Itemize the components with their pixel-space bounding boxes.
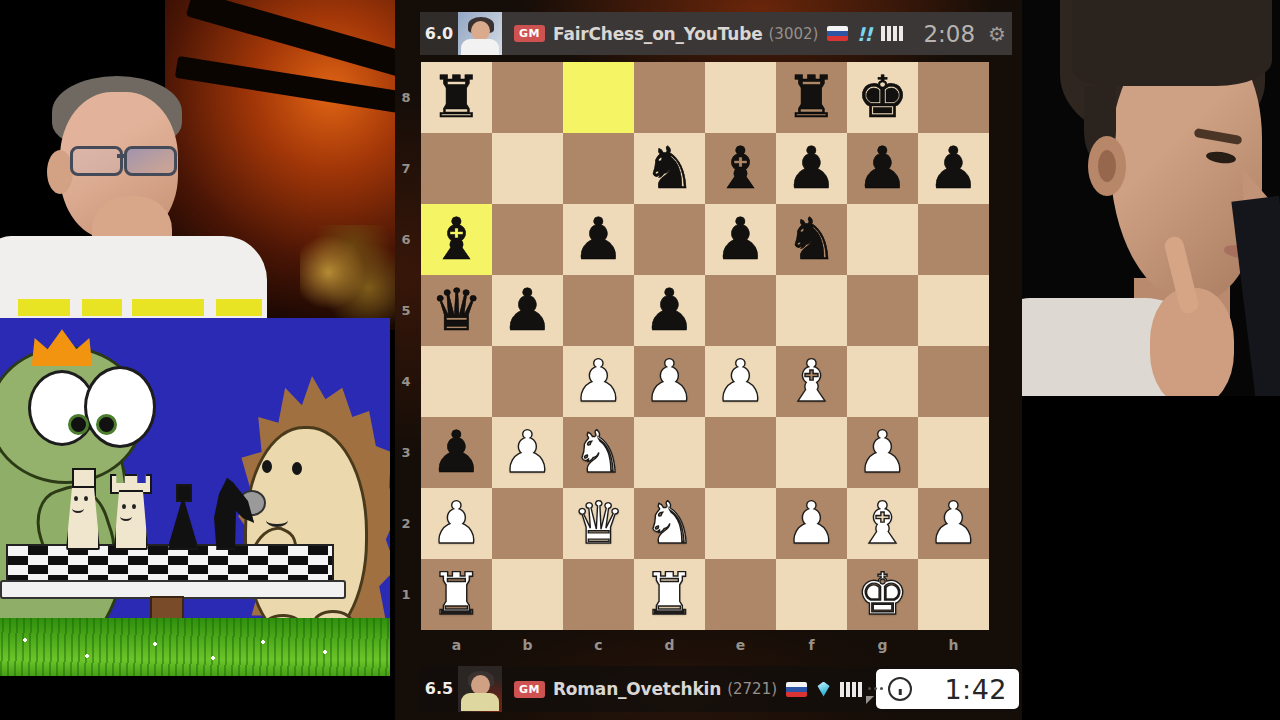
rank-label-4: 4 [395, 346, 417, 417]
guest-ear-inner [1098, 150, 1116, 182]
bottom-player-rating: (2721) [727, 680, 777, 698]
square-e5[interactable] [705, 275, 776, 346]
square-d8[interactable] [634, 62, 705, 133]
square-d6[interactable] [634, 204, 705, 275]
square-g5[interactable] [847, 275, 918, 346]
guest-hair [1072, 0, 1272, 86]
russia-flag-icon [827, 26, 848, 41]
patron-diamond-icon [816, 682, 831, 697]
caption-fragment [216, 299, 262, 316]
square-b1[interactable] [492, 559, 563, 630]
hedgehog-eye [262, 460, 272, 473]
bottom-player-clock: 1:42 [944, 674, 1007, 705]
square-c3[interactable]: ♞ [563, 417, 634, 488]
square-e8[interactable] [705, 62, 776, 133]
piece-black-pawn-f7[interactable]: ♟ [786, 133, 838, 204]
turtle-pupil [96, 414, 117, 435]
streamer-mark-icon: !! [856, 23, 871, 45]
gear-icon[interactable]: ⚙ [988, 24, 1006, 44]
glasses-lens [70, 146, 123, 176]
square-c5[interactable] [563, 275, 634, 346]
piece-black-knight-d7[interactable]: ♞ [644, 133, 696, 204]
piece-white-rook-a1[interactable]: ♜ [431, 559, 483, 630]
russia-flag-icon [786, 682, 807, 697]
file-label-a: a [421, 637, 492, 653]
square-g7[interactable]: ♟ [847, 133, 918, 204]
avatar-shirt [461, 693, 499, 711]
square-a3[interactable]: ♟ [421, 417, 492, 488]
square-a6[interactable]: ♝ [421, 204, 492, 275]
square-c8[interactable] [563, 62, 634, 133]
bottom-player-score: 6.5 [420, 666, 458, 712]
square-c1[interactable] [563, 559, 634, 630]
piece-face [132, 504, 136, 509]
square-b7[interactable] [492, 133, 563, 204]
hedgehog-mouth [266, 514, 288, 527]
square-h5[interactable] [918, 275, 989, 346]
piece-white-bishop-g2[interactable]: ♝ [857, 488, 909, 559]
square-c4[interactable]: ♟ [563, 346, 634, 417]
piece-white-pawn-a2[interactable]: ♟ [431, 488, 483, 559]
square-g4[interactable] [847, 346, 918, 417]
rank-label-6: 6 [395, 204, 417, 275]
square-h6[interactable] [918, 204, 989, 275]
guest-jacket [1231, 196, 1280, 396]
square-d2[interactable]: ♞ [634, 488, 705, 559]
square-d5[interactable]: ♟ [634, 275, 705, 346]
hedgehog-eye [292, 462, 302, 475]
square-f6[interactable]: ♞ [776, 204, 847, 275]
file-label-g: g [847, 637, 918, 653]
cartoon-black-bishop [176, 484, 192, 502]
square-d7[interactable]: ♞ [634, 133, 705, 204]
square-f5[interactable] [776, 275, 847, 346]
square-f8[interactable]: ♜ [776, 62, 847, 133]
file-label-b: b [492, 637, 563, 653]
square-h2[interactable]: ♟ [918, 488, 989, 559]
piece-white-pawn-f2[interactable]: ♟ [786, 488, 838, 559]
piece-smile [120, 512, 132, 521]
top-player-bar: 6.0 GM FairChess_on_YouTube (3002) !! 2:… [420, 12, 1012, 55]
piece-black-bishop-e7[interactable]: ♝ [715, 133, 767, 204]
piece-smile [72, 504, 84, 513]
square-b6[interactable] [492, 204, 563, 275]
clock-icon [888, 677, 912, 701]
square-e1[interactable] [705, 559, 776, 630]
turtle-eye [84, 366, 156, 448]
square-e3[interactable] [705, 417, 776, 488]
glasses-bridge [117, 154, 125, 158]
square-b4[interactable] [492, 346, 563, 417]
square-f2[interactable]: ♟ [776, 488, 847, 559]
square-h3[interactable] [918, 417, 989, 488]
cartoon-black-bishop [168, 496, 198, 550]
square-e2[interactable] [705, 488, 776, 559]
square-d4[interactable]: ♟ [634, 346, 705, 417]
piece-black-rook-f8[interactable]: ♜ [786, 62, 838, 133]
piece-black-knight-f6[interactable]: ♞ [786, 204, 838, 275]
piece-face [84, 496, 88, 501]
square-a1[interactable]: ♜ [421, 559, 492, 630]
piece-black-rook-a8[interactable]: ♜ [431, 62, 483, 133]
square-c7[interactable] [563, 133, 634, 204]
square-g2[interactable]: ♝ [847, 488, 918, 559]
square-h1[interactable] [918, 559, 989, 630]
square-b8[interactable] [492, 62, 563, 133]
piece-face [74, 496, 78, 501]
file-label-c: c [563, 637, 634, 653]
piece-white-pawn-e4[interactable]: ♟ [715, 346, 767, 417]
turtle-hedgehog-cartoon [0, 318, 390, 676]
square-g8[interactable]: ♚ [847, 62, 918, 133]
rank-label-1: 1 [395, 559, 417, 630]
piece-black-queen-a5[interactable]: ♛ [431, 275, 483, 346]
piece-white-pawn-h2[interactable]: ♟ [928, 488, 980, 559]
chess-board: ♜♜♚♞♝♟♟♟♝♟♟♞♛♟♟♟♟♟♝♟♟♞♟♟♛♞♟♝♟♜♜♚ [421, 62, 989, 630]
square-a7[interactable] [421, 133, 492, 204]
square-h8[interactable] [918, 62, 989, 133]
piece-black-pawn-g7[interactable]: ♟ [857, 133, 909, 204]
square-c2[interactable]: ♛ [563, 488, 634, 559]
square-f3[interactable] [776, 417, 847, 488]
square-e7[interactable]: ♝ [705, 133, 776, 204]
square-a4[interactable] [421, 346, 492, 417]
square-e4[interactable]: ♟ [705, 346, 776, 417]
stream-frame: 6.0 GM FairChess_on_YouTube (3002) !! 2:… [0, 0, 1280, 720]
cartoon-white-rook [114, 490, 148, 550]
piece-black-king-g8[interactable]: ♚ [857, 62, 909, 133]
glasses-lens [124, 146, 177, 176]
grass-strip [0, 618, 390, 676]
crown-icon [26, 326, 98, 366]
piece-white-pawn-g3[interactable]: ♟ [857, 417, 909, 488]
active-clock-box: 1:42 [876, 669, 1019, 709]
avatar-face [471, 21, 490, 41]
square-d3[interactable] [634, 417, 705, 488]
caption-fragment [132, 299, 204, 316]
piece-white-rook-d1[interactable]: ♜ [644, 559, 696, 630]
signal-bars-icon [840, 682, 862, 697]
piece-white-king-g1[interactable]: ♚ [857, 559, 909, 630]
right-webcam [1022, 0, 1280, 396]
piece-black-pawn-b5[interactable]: ♟ [502, 275, 554, 346]
signal-bars-icon [881, 26, 903, 41]
bottom-gm-badge: GM [514, 681, 545, 698]
file-label-e: e [705, 637, 776, 653]
square-b5[interactable]: ♟ [492, 275, 563, 346]
square-e6[interactable]: ♟ [705, 204, 776, 275]
piece-black-pawn-h7[interactable]: ♟ [928, 133, 980, 204]
piece-white-bishop-f4[interactable]: ♝ [786, 346, 838, 417]
square-a5[interactable]: ♛ [421, 275, 492, 346]
rank-label-2: 2 [395, 488, 417, 559]
top-player-rating: (3002) [768, 25, 818, 43]
piece-white-pawn-c4[interactable]: ♟ [573, 346, 625, 417]
square-b3[interactable]: ♟ [492, 417, 563, 488]
file-label-d: d [634, 637, 705, 653]
rank-label-7: 7 [395, 133, 417, 204]
piece-white-pawn-d4[interactable]: ♟ [644, 346, 696, 417]
top-player-clock: 2:08 [923, 21, 975, 47]
square-h7[interactable]: ♟ [918, 133, 989, 204]
square-f7[interactable]: ♟ [776, 133, 847, 204]
avatar-face [471, 675, 490, 695]
square-h4[interactable] [918, 346, 989, 417]
bottom-player-name[interactable]: Roman_Ovetchkin [553, 679, 721, 699]
piece-face [122, 504, 126, 509]
top-player-avatar [458, 12, 502, 55]
avatar-shirt [461, 39, 499, 55]
bottom-player-bar: 6.5 GM Roman_Ovetchkin (2721) 1:42 [420, 666, 1012, 712]
square-c6[interactable]: ♟ [563, 204, 634, 275]
piece-white-queen-c2[interactable]: ♛ [573, 488, 625, 559]
piece-black-pawn-c6[interactable]: ♟ [573, 204, 625, 275]
top-player-name[interactable]: FairChess_on_YouTube [553, 24, 763, 44]
chess-pieces-silhouette [300, 225, 395, 330]
turtle-pupil [68, 414, 89, 435]
caption-fragment [18, 299, 70, 316]
file-label-f: f [776, 637, 847, 653]
left-webcam [0, 0, 395, 330]
piece-black-bishop-a6[interactable]: ♝ [431, 204, 483, 275]
piece-white-knight-d2[interactable]: ♞ [644, 488, 696, 559]
square-f4[interactable]: ♝ [776, 346, 847, 417]
square-a8[interactable]: ♜ [421, 62, 492, 133]
piece-black-pawn-a3[interactable]: ♟ [431, 417, 483, 488]
square-g3[interactable]: ♟ [847, 417, 918, 488]
piece-black-pawn-e6[interactable]: ♟ [715, 204, 767, 275]
square-g6[interactable] [847, 204, 918, 275]
top-gm-badge: GM [514, 25, 545, 42]
bottom-player-avatar [458, 666, 502, 712]
top-player-score: 6.0 [420, 12, 458, 55]
caption-fragment [82, 299, 122, 316]
square-a2[interactable]: ♟ [421, 488, 492, 559]
rank-label-5: 5 [395, 275, 417, 346]
square-b2[interactable] [492, 488, 563, 559]
piece-white-knight-c3[interactable]: ♞ [573, 417, 625, 488]
rank-label-3: 3 [395, 417, 417, 488]
square-d1[interactable]: ♜ [634, 559, 705, 630]
rank-label-8: 8 [395, 62, 417, 133]
square-g1[interactable]: ♚ [847, 559, 918, 630]
piece-white-pawn-b3[interactable]: ♟ [502, 417, 554, 488]
piece-black-pawn-d5[interactable]: ♟ [644, 275, 696, 346]
file-label-h: h [918, 637, 989, 653]
square-f1[interactable] [776, 559, 847, 630]
